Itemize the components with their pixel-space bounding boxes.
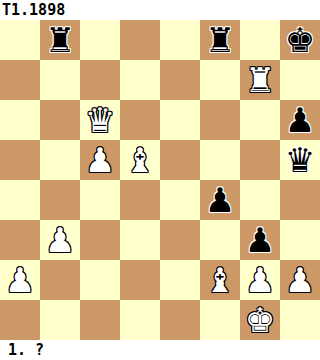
black-rook[interactable]: ♜ bbox=[45, 20, 75, 60]
white-pawn[interactable]: ♟ bbox=[45, 220, 75, 260]
square-e5[interactable] bbox=[160, 140, 200, 180]
square-g1[interactable]: ♚ bbox=[240, 300, 280, 340]
square-b7[interactable] bbox=[40, 60, 80, 100]
square-d4[interactable] bbox=[120, 180, 160, 220]
square-a6[interactable] bbox=[0, 100, 40, 140]
square-f6[interactable] bbox=[200, 100, 240, 140]
puzzle-id: T1.1898 bbox=[0, 0, 320, 20]
square-b1[interactable] bbox=[40, 300, 80, 340]
square-b3[interactable]: ♟ bbox=[40, 220, 80, 260]
square-h4[interactable] bbox=[280, 180, 320, 220]
black-pawn[interactable]: ♟ bbox=[245, 220, 275, 260]
square-b5[interactable] bbox=[40, 140, 80, 180]
square-f4[interactable]: ♟ bbox=[200, 180, 240, 220]
square-h6[interactable]: ♟ bbox=[280, 100, 320, 140]
square-e6[interactable] bbox=[160, 100, 200, 140]
black-pawn[interactable]: ♟ bbox=[285, 100, 315, 140]
square-g3[interactable]: ♟ bbox=[240, 220, 280, 260]
square-e2[interactable] bbox=[160, 260, 200, 300]
square-c4[interactable] bbox=[80, 180, 120, 220]
square-g5[interactable] bbox=[240, 140, 280, 180]
white-pawn[interactable]: ♟ bbox=[5, 260, 35, 300]
square-f7[interactable] bbox=[200, 60, 240, 100]
square-e3[interactable] bbox=[160, 220, 200, 260]
square-h1[interactable] bbox=[280, 300, 320, 340]
square-e4[interactable] bbox=[160, 180, 200, 220]
chess-board: ♜♜♚♜♛♟♟♝♛♟♟♟♟♝♟♟♚ bbox=[0, 20, 320, 340]
black-rook[interactable]: ♜ bbox=[205, 20, 235, 60]
square-e7[interactable] bbox=[160, 60, 200, 100]
move-prompt: 1. ? bbox=[0, 340, 320, 360]
square-d7[interactable] bbox=[120, 60, 160, 100]
square-c5[interactable]: ♟ bbox=[80, 140, 120, 180]
square-b6[interactable] bbox=[40, 100, 80, 140]
square-c8[interactable] bbox=[80, 20, 120, 60]
square-b2[interactable] bbox=[40, 260, 80, 300]
square-a5[interactable] bbox=[0, 140, 40, 180]
square-f3[interactable] bbox=[200, 220, 240, 260]
white-bishop[interactable]: ♝ bbox=[205, 260, 235, 300]
square-f5[interactable] bbox=[200, 140, 240, 180]
black-pawn[interactable]: ♟ bbox=[205, 180, 235, 220]
square-b4[interactable] bbox=[40, 180, 80, 220]
square-c3[interactable] bbox=[80, 220, 120, 260]
square-c6[interactable]: ♛ bbox=[80, 100, 120, 140]
square-f1[interactable] bbox=[200, 300, 240, 340]
square-d5[interactable]: ♝ bbox=[120, 140, 160, 180]
square-h7[interactable] bbox=[280, 60, 320, 100]
square-a7[interactable] bbox=[0, 60, 40, 100]
square-d8[interactable] bbox=[120, 20, 160, 60]
square-f2[interactable]: ♝ bbox=[200, 260, 240, 300]
black-queen[interactable]: ♛ bbox=[285, 140, 315, 180]
white-pawn[interactable]: ♟ bbox=[85, 140, 115, 180]
square-h2[interactable]: ♟ bbox=[280, 260, 320, 300]
square-d3[interactable] bbox=[120, 220, 160, 260]
square-h8[interactable]: ♚ bbox=[280, 20, 320, 60]
square-a2[interactable]: ♟ bbox=[0, 260, 40, 300]
square-d1[interactable] bbox=[120, 300, 160, 340]
square-a8[interactable] bbox=[0, 20, 40, 60]
square-g2[interactable]: ♟ bbox=[240, 260, 280, 300]
square-c2[interactable] bbox=[80, 260, 120, 300]
square-g4[interactable] bbox=[240, 180, 280, 220]
square-h3[interactable] bbox=[280, 220, 320, 260]
square-a1[interactable] bbox=[0, 300, 40, 340]
square-g8[interactable] bbox=[240, 20, 280, 60]
square-g6[interactable] bbox=[240, 100, 280, 140]
square-e1[interactable] bbox=[160, 300, 200, 340]
white-king[interactable]: ♚ bbox=[245, 300, 275, 340]
square-b8[interactable]: ♜ bbox=[40, 20, 80, 60]
square-a4[interactable] bbox=[0, 180, 40, 220]
square-e8[interactable] bbox=[160, 20, 200, 60]
white-rook[interactable]: ♜ bbox=[245, 60, 275, 100]
square-a3[interactable] bbox=[0, 220, 40, 260]
white-pawn[interactable]: ♟ bbox=[285, 260, 315, 300]
white-queen[interactable]: ♛ bbox=[85, 100, 115, 140]
square-c1[interactable] bbox=[80, 300, 120, 340]
square-d2[interactable] bbox=[120, 260, 160, 300]
square-d6[interactable] bbox=[120, 100, 160, 140]
square-f8[interactable]: ♜ bbox=[200, 20, 240, 60]
square-c7[interactable] bbox=[80, 60, 120, 100]
white-bishop[interactable]: ♝ bbox=[125, 140, 155, 180]
square-g7[interactable]: ♜ bbox=[240, 60, 280, 100]
square-h5[interactable]: ♛ bbox=[280, 140, 320, 180]
black-king[interactable]: ♚ bbox=[285, 20, 315, 60]
white-pawn[interactable]: ♟ bbox=[245, 260, 275, 300]
